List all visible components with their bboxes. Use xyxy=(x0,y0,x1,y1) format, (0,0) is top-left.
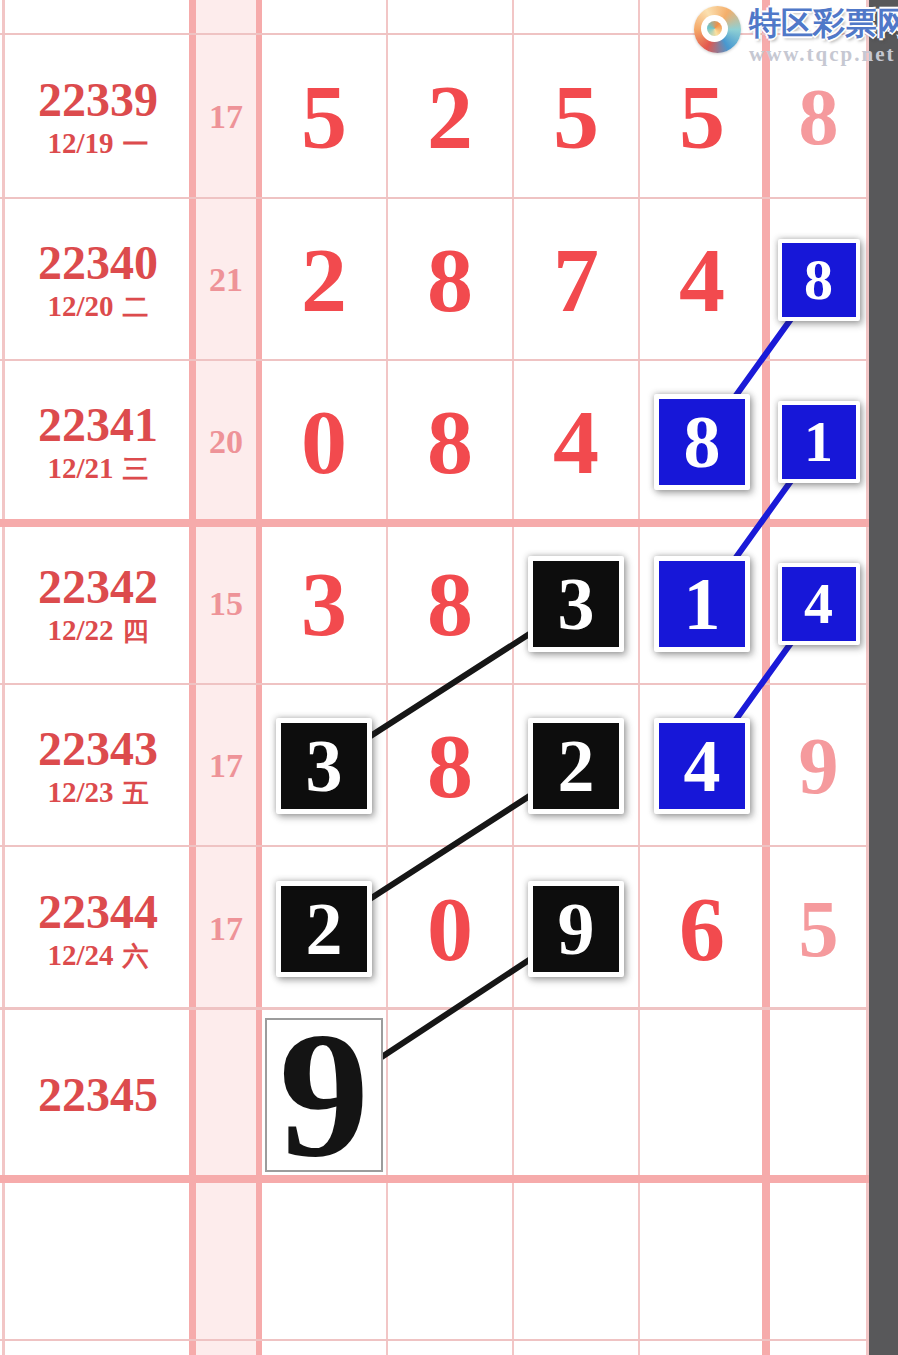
marked-digit: 4 xyxy=(684,729,721,803)
marked-digit: 2 xyxy=(306,892,343,966)
marked-cell-blue: 8 xyxy=(654,394,750,490)
logo-swirl-core xyxy=(707,21,722,36)
marked-cell-black: 3 xyxy=(276,718,372,814)
marked-digit: 3 xyxy=(306,729,343,803)
marked-digit: 8 xyxy=(804,251,833,309)
logo-texts: 特区彩票网 www.tqcp.net xyxy=(749,6,898,67)
marked-digit: 2 xyxy=(558,729,595,803)
marked-digit: 3 xyxy=(558,567,595,641)
marked-squares-layer: 881314324299 xyxy=(0,0,898,1355)
preview-cell-white: 9 xyxy=(265,1018,383,1172)
logo-swirl-inner xyxy=(701,15,728,42)
marked-digit: 9 xyxy=(558,892,595,966)
marked-cell-black: 9 xyxy=(528,881,624,977)
preview-digit: 9 xyxy=(279,1005,369,1185)
marked-cell-blue: 8 xyxy=(778,239,860,321)
marked-cell-blue: 4 xyxy=(778,563,860,645)
site-logo[interactable]: 特区彩票网 www.tqcp.net xyxy=(694,6,898,67)
page-side-strip xyxy=(869,0,898,1355)
marked-digit: 4 xyxy=(804,575,833,633)
site-url: www.tqcp.net xyxy=(749,42,898,67)
marked-cell-blue: 1 xyxy=(778,401,860,483)
marked-cell-black: 2 xyxy=(528,718,624,814)
marked-cell-blue: 1 xyxy=(654,556,750,652)
marked-cell-black: 3 xyxy=(528,556,624,652)
marked-cell-blue: 4 xyxy=(654,718,750,814)
lottery-trend-chart: 2233912/19一17525582234012/20二21287422341… xyxy=(0,0,898,1355)
site-name: 特区彩票网 xyxy=(749,6,898,41)
marked-digit: 8 xyxy=(684,405,721,479)
marked-digit: 1 xyxy=(804,413,833,471)
marked-cell-black: 2 xyxy=(276,881,372,977)
logo-swirl-icon xyxy=(694,6,741,53)
marked-digit: 1 xyxy=(684,567,721,641)
